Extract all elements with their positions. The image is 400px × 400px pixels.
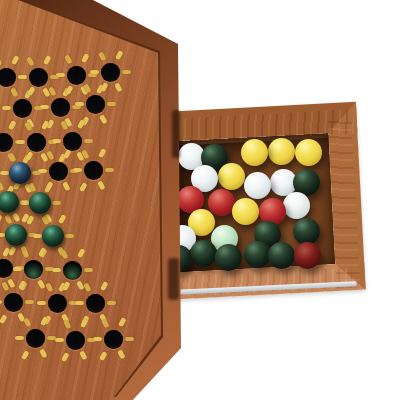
inlay-dash [0, 171, 9, 176]
board-hole[interactable] [7, 226, 26, 245]
inlay-dash [72, 105, 81, 110]
inlay-dash [22, 154, 30, 164]
inlay-dash [0, 181, 4, 191]
inlay-dash [25, 300, 34, 305]
drawer-marble-dark-green[interactable] [244, 241, 271, 268]
inlay-dash [46, 150, 54, 160]
inlay-dash [26, 56, 34, 66]
inlay-dash [12, 212, 20, 222]
board-hole[interactable] [27, 133, 46, 152]
drawer-slot-shadow [172, 110, 180, 158]
inlay-dash [19, 281, 27, 291]
board-hole[interactable] [0, 193, 18, 212]
inlay-dash [50, 75, 59, 80]
inlay-dash [65, 85, 73, 95]
board-hole[interactable] [63, 261, 82, 280]
inlay-dash [100, 82, 108, 92]
inlay-dash [99, 313, 107, 323]
inlay-dash [26, 215, 34, 225]
board-hole[interactable] [84, 161, 103, 180]
drawer-marble-yellow[interactable] [218, 163, 245, 190]
inlay-dash [62, 281, 70, 291]
inlay-dash [46, 119, 54, 129]
inlay-dash [63, 149, 71, 159]
inlay-dash [79, 182, 87, 192]
board-hole[interactable] [49, 162, 68, 181]
inlay-dash [0, 56, 2, 66]
inlay-dash [13, 267, 22, 272]
inlay-dash [58, 282, 66, 292]
inlay-dash [73, 168, 82, 173]
inlay-dash [56, 73, 65, 78]
inlay-dash [62, 181, 70, 191]
inlay-dash [125, 337, 134, 342]
inlay-dash [28, 233, 37, 238]
inlay-dash [47, 336, 56, 341]
inlay-dash [8, 120, 16, 130]
inlay-dash [33, 234, 42, 239]
inlay-dash [25, 151, 33, 161]
inlay-dash [18, 280, 26, 290]
inlay-dash [10, 87, 18, 97]
inlay-dash [99, 114, 107, 124]
inlay-dash [115, 50, 123, 60]
inlay-dash [96, 84, 104, 94]
inlay-dash [79, 350, 87, 360]
inlay-dash [18, 75, 27, 80]
inlay-dash [60, 249, 68, 259]
inlay-dash [4, 214, 12, 224]
board-hole[interactable] [0, 133, 13, 152]
inlay-dash [83, 83, 91, 93]
inlay-dash [81, 116, 89, 126]
inlay-dash [81, 53, 89, 63]
inlay-dash [58, 214, 66, 224]
inlay-dash [21, 248, 29, 258]
board-hole[interactable] [29, 68, 48, 87]
inlay-dash [117, 349, 125, 359]
inlay-dash [80, 318, 88, 328]
inlay-dash [23, 317, 31, 327]
drawer-marble-white[interactable] [283, 192, 310, 219]
inlay-dash [21, 213, 29, 223]
inlay-dash [41, 120, 49, 130]
drawer-marble-dark-green[interactable] [215, 244, 242, 271]
inlay-dash [16, 140, 25, 145]
board-hole[interactable] [86, 294, 105, 313]
drawer-marble-dark-green[interactable] [293, 218, 320, 245]
board-hole[interactable] [44, 227, 63, 246]
inlay-dash [90, 70, 99, 75]
inlay-dash [2, 106, 11, 111]
inlay-dash [70, 169, 79, 174]
inlay-dash [0, 89, 1, 99]
board-hole[interactable] [0, 68, 16, 87]
inlay-dash [48, 140, 57, 145]
inlay-dash [58, 153, 66, 163]
board-hole[interactable] [31, 194, 50, 213]
board-marble-green[interactable] [29, 192, 51, 214]
inlay-dash [99, 351, 107, 361]
inlay-dash [69, 301, 78, 306]
board-hole[interactable] [104, 330, 123, 349]
inlay-dash [43, 55, 51, 65]
inlay-dash [122, 70, 131, 75]
drawer-marble-dark-green[interactable] [268, 242, 295, 269]
inlay-dash [24, 183, 32, 193]
inlay-dash [55, 338, 64, 343]
inlay-dash [34, 106, 43, 111]
inlay-dash [45, 181, 53, 191]
board-hole[interactable] [67, 66, 86, 85]
board-marble-green[interactable] [42, 225, 64, 247]
inlay-dash [62, 87, 70, 97]
inlay-dash [76, 280, 84, 290]
board-hole[interactable] [24, 260, 43, 279]
inlay-dash [75, 301, 84, 306]
inlay-dash [15, 140, 24, 145]
board-hole[interactable] [0, 259, 13, 278]
inlay-dash [11, 55, 19, 65]
board-hole[interactable] [11, 164, 30, 183]
inlay-dash [15, 266, 24, 271]
inlay-dash [87, 338, 96, 343]
inlay-dash [39, 248, 47, 258]
inlay-dash [75, 102, 84, 107]
board-hole[interactable] [26, 329, 45, 348]
drawer-marble-yellow[interactable] [241, 139, 268, 166]
board-hole[interactable] [86, 95, 105, 114]
inlay-dash [8, 246, 16, 256]
inlay-dash [2, 247, 10, 257]
inlay-dash [24, 121, 32, 131]
inlay-dash [43, 315, 51, 325]
inlay-dash [24, 89, 32, 99]
inlay-dash [97, 180, 105, 190]
board-hole[interactable] [51, 98, 70, 117]
inlay-dash [107, 102, 116, 107]
inlay-dash [6, 185, 14, 195]
inlay-dash [17, 312, 25, 322]
inlay-dash [42, 87, 50, 97]
drawer-marble-dark-red[interactable] [294, 242, 321, 269]
inlay-dash [37, 279, 45, 289]
inlay-dash [20, 200, 29, 205]
inlay-dash [98, 51, 106, 61]
inlay-dash [65, 234, 74, 239]
inlay-dash [7, 152, 15, 162]
inlay-dash [32, 171, 41, 176]
inlay-dash [0, 300, 2, 305]
inlay-dash [7, 278, 15, 288]
inlay-dash [38, 247, 46, 257]
drawer-marble-yellow[interactable] [295, 139, 322, 166]
board-hole[interactable] [101, 63, 120, 82]
inlay-dash [83, 282, 91, 292]
inlay-dash [88, 73, 97, 78]
inlay-dash [98, 148, 106, 158]
inlay-dash [39, 348, 47, 358]
board-hole[interactable] [48, 294, 67, 313]
inlay-dash [45, 282, 53, 292]
inlay-dash [28, 182, 36, 192]
inlay-dash [13, 180, 21, 190]
inlay-dash [114, 82, 122, 92]
inlay-dash [20, 201, 29, 206]
inlay-dash [15, 336, 24, 341]
drawer-slot-shadow [168, 258, 179, 300]
inlay-dash [80, 85, 88, 95]
inlay-dash [0, 214, 3, 224]
inlay-dash [81, 315, 89, 325]
inlay-dash [0, 233, 5, 238]
board-marble-navy[interactable] [9, 162, 31, 184]
inlay-dash [61, 313, 69, 323]
inlay-dash [64, 117, 72, 127]
inlay-dash [84, 139, 93, 144]
inlay-dash [44, 213, 52, 223]
inlay-dash [81, 149, 89, 159]
inlay-dash [105, 168, 114, 173]
inlay-dash [93, 337, 102, 342]
product-photo-stage [0, 0, 400, 400]
inlay-dash [40, 105, 49, 110]
inlay-dash [52, 139, 61, 144]
drawer-marble-dark-green[interactable] [190, 240, 217, 267]
inlay-dash [77, 119, 85, 129]
inlay-dash [41, 215, 49, 225]
inlay-dash [76, 151, 84, 161]
inlay-dash [64, 54, 72, 64]
inlay-dash [100, 281, 108, 291]
inlay-dash [8, 152, 16, 162]
drawer-marble-yellow[interactable] [232, 198, 259, 225]
inlay-dash [26, 118, 34, 128]
board-hole[interactable] [4, 293, 23, 312]
inlay-dash [37, 301, 46, 306]
inlay-dash [84, 268, 93, 273]
inlay-dash [40, 152, 48, 162]
board-marble-green[interactable] [0, 191, 19, 213]
inlay-dash [8, 120, 16, 130]
drawer-marble-yellow[interactable] [268, 138, 295, 165]
inlay-dash [27, 86, 35, 96]
inlay-dash [101, 318, 109, 328]
inlay-dash [0, 314, 8, 324]
board-hole[interactable] [63, 132, 82, 151]
board-hole[interactable] [66, 331, 85, 350]
drawer-marble-red[interactable] [259, 198, 286, 225]
inlay-dash [1, 281, 9, 291]
inlay-dash [63, 319, 71, 329]
drawer-marble-white[interactable] [244, 172, 271, 199]
inlay-dash [48, 86, 56, 96]
board-hole[interactable] [13, 99, 32, 118]
inlay-dash [38, 169, 47, 174]
drawer-marble-red[interactable] [208, 189, 235, 216]
inlay-dash [21, 350, 29, 360]
board-marble-green[interactable] [5, 224, 27, 246]
inlay-dash [61, 352, 69, 362]
inlay-dash [45, 267, 54, 272]
inlay-dash [118, 317, 126, 327]
inlay-dash [77, 248, 85, 258]
inlay-dash [44, 183, 52, 193]
inlay-dash [60, 120, 68, 130]
inlay-dash [10, 87, 18, 97]
inlay-dash [18, 75, 27, 80]
inlay-dash [57, 246, 65, 256]
inlay-dash [40, 316, 48, 326]
inlay-dash [107, 301, 116, 306]
inlay-dash [20, 245, 28, 255]
inlay-dash [52, 268, 61, 273]
inlay-dash [52, 201, 61, 206]
